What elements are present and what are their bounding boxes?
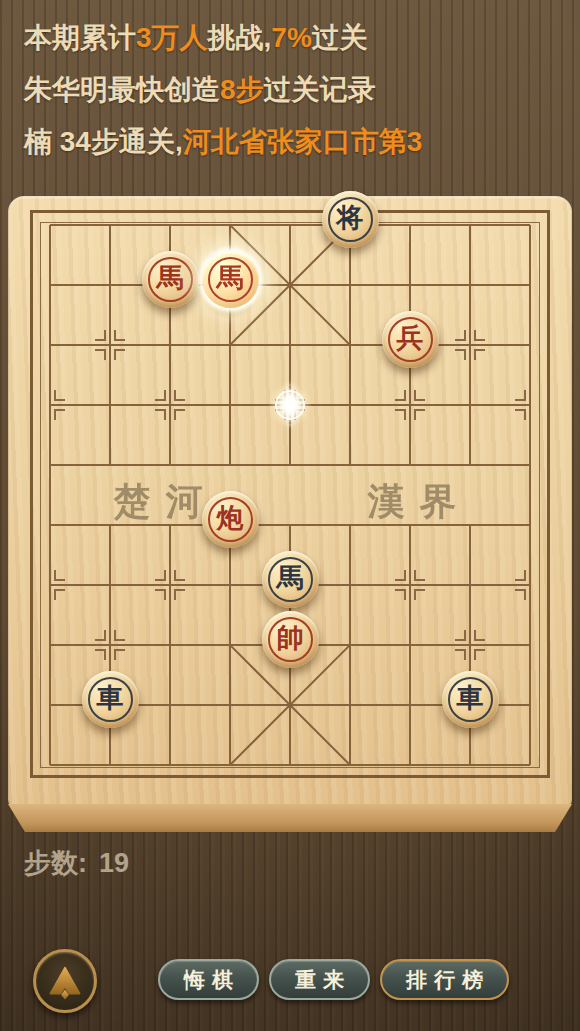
undo-button[interactable]: 悔棋 — [158, 959, 259, 1000]
star-point-marker — [95, 630, 125, 660]
star-point-corner — [395, 570, 406, 581]
star-point-corner — [414, 589, 425, 600]
header-text-segment: 河北省张家口市第3 — [183, 126, 423, 157]
piece-glyph: 馬 — [217, 260, 244, 296]
star-point-corner — [114, 330, 125, 341]
star-point-corner — [95, 649, 106, 660]
star-point-corner — [155, 589, 166, 600]
piece-glyph: 将 — [337, 200, 364, 236]
board-front-edge — [8, 804, 572, 832]
river-label-right: 漢界 — [352, 477, 472, 527]
star-point-corner — [515, 390, 526, 401]
star-point-corner — [515, 589, 526, 600]
star-point-corner — [174, 390, 185, 401]
star-point-corner — [54, 409, 65, 420]
grid-vline — [289, 225, 291, 465]
piece-glyph: 車 — [457, 680, 484, 716]
header-text-segment: 3万人 — [136, 22, 208, 53]
star-point-marker — [155, 390, 185, 420]
black-general[interactable]: 将 — [322, 191, 379, 248]
star-point-marker — [155, 570, 185, 600]
star-point-corner — [114, 649, 125, 660]
star-point-corner — [395, 409, 406, 420]
star-point-corner — [54, 570, 65, 581]
mountain-chevron-icon — [44, 960, 86, 1002]
star-point-corner — [414, 409, 425, 420]
leaderboard-button[interactable]: 排行榜 — [380, 959, 509, 1000]
header-text-segment: 过关记录 — [264, 74, 376, 105]
star-point-corner — [455, 630, 466, 641]
restart-button[interactable]: 重来 — [269, 959, 370, 1000]
action-button-row: 悔棋重来排行榜 — [158, 959, 509, 1000]
star-point-marker — [35, 390, 65, 420]
star-point-marker — [455, 630, 485, 660]
move-counter-label: 步数: — [24, 848, 87, 878]
piece-glyph: 兵 — [397, 320, 424, 356]
header-text-segment: 8步 — [220, 74, 264, 105]
star-point-marker — [515, 570, 545, 600]
star-point-marker — [35, 570, 65, 600]
star-point-corner — [174, 409, 185, 420]
announcement-panel: 本期累计3万人挑战,7%过关 朱华明最快创造8步过关记录 楠 34步通关,河北省… — [24, 12, 572, 168]
red-horse-left[interactable]: 馬 — [142, 251, 199, 308]
star-point-corner — [515, 409, 526, 420]
star-point-corner — [455, 649, 466, 660]
star-point-corner — [54, 589, 65, 600]
red-general[interactable]: 帥 — [262, 611, 319, 668]
board-playfield[interactable]: 楚河 漢界 将馬馬兵炮馬帥車車 — [8, 196, 572, 808]
piece-glyph: 馬 — [157, 260, 184, 296]
star-point-corner — [114, 630, 125, 641]
header-text-segment: 挑战, — [208, 22, 272, 53]
star-point-corner — [155, 570, 166, 581]
star-point-corner — [515, 570, 526, 581]
grid-vline — [409, 525, 411, 765]
xiangqi-board[interactable]: 楚河 漢界 将馬馬兵炮馬帥車車 — [8, 196, 572, 808]
header-text-segment: 楠 34步通关, — [24, 126, 183, 157]
star-point-corner — [414, 390, 425, 401]
star-point-corner — [155, 409, 166, 420]
header-line-3: 楠 34步通关,河北省张家口市第3 — [24, 116, 572, 168]
piece-glyph: 帥 — [277, 620, 304, 656]
star-point-corner — [174, 589, 185, 600]
star-point-marker — [95, 330, 125, 360]
grid-vline — [169, 525, 171, 765]
red-soldier[interactable]: 兵 — [382, 311, 439, 368]
star-point-corner — [114, 349, 125, 360]
star-point-marker — [395, 570, 425, 600]
black-horse[interactable]: 馬 — [262, 551, 319, 608]
piece-glyph: 馬 — [277, 560, 304, 596]
piece-glyph: 車 — [97, 680, 124, 716]
piece-glyph: 炮 — [217, 500, 244, 536]
star-point-corner — [474, 649, 485, 660]
move-counter: 步数:19 — [24, 845, 129, 881]
star-point-corner — [395, 589, 406, 600]
star-point-corner — [455, 349, 466, 360]
star-point-corner — [95, 349, 106, 360]
black-chariot-right[interactable]: 車 — [442, 671, 499, 728]
star-point-corner — [414, 570, 425, 581]
move-counter-value: 19 — [99, 848, 129, 878]
star-point-corner — [95, 330, 106, 341]
star-point-corner — [474, 330, 485, 341]
black-chariot-left[interactable]: 車 — [82, 671, 139, 728]
red-horse-selected[interactable]: 馬 — [202, 251, 259, 308]
star-point-marker — [455, 330, 485, 360]
star-point-corner — [54, 390, 65, 401]
star-point-corner — [474, 630, 485, 641]
header-text-segment: 过关 — [312, 22, 368, 53]
star-point-marker — [515, 390, 545, 420]
expand-button[interactable] — [33, 949, 97, 1013]
star-point-corner — [455, 330, 466, 341]
star-point-corner — [155, 390, 166, 401]
red-cannon[interactable]: 炮 — [202, 491, 259, 548]
header-text-segment: 朱华明最快创造 — [24, 74, 220, 105]
river-label-left: 楚河 — [98, 477, 218, 527]
star-point-corner — [395, 390, 406, 401]
header-text-segment: 本期累计 — [24, 22, 136, 53]
star-point-corner — [174, 570, 185, 581]
star-point-corner — [95, 630, 106, 641]
star-point-marker — [395, 390, 425, 420]
header-line-1: 本期累计3万人挑战,7%过关 — [24, 12, 572, 64]
header-text-segment: 7% — [271, 22, 311, 53]
star-point-corner — [474, 349, 485, 360]
grid-vline — [529, 225, 531, 765]
header-line-2: 朱华明最快创造8步过关记录 — [24, 64, 572, 116]
grid-vline — [49, 225, 51, 765]
move-sparkle-effect — [267, 382, 313, 428]
